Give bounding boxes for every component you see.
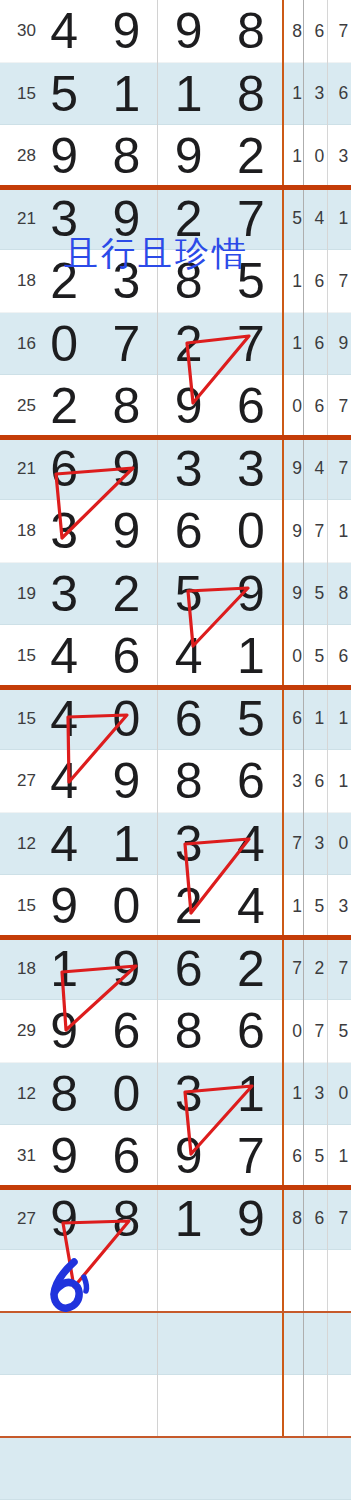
right-col-digit: 9	[282, 438, 303, 501]
right-col-divider-1	[303, 0, 304, 1437]
table-row: 319697651	[0, 1125, 351, 1188]
draw-digit: 6	[220, 750, 282, 813]
right-col-digit: 7	[282, 813, 303, 876]
right-col-digit: 3	[327, 875, 351, 938]
draw-digit: 1	[220, 625, 282, 688]
right-col-digit: 6	[303, 750, 327, 813]
draw-digit: 4	[33, 688, 95, 751]
number-rows: 3049988671551181362898921032139275411823…	[0, 0, 351, 1500]
draw-digit: 5	[33, 63, 95, 126]
right-col-digit: 7	[327, 1188, 351, 1251]
right-col-digit: 6	[282, 688, 303, 751]
draw-digit: 0	[220, 500, 282, 563]
column-divider-line	[157, 0, 158, 1437]
table-row: 155118136	[0, 63, 351, 126]
table-row: 193259958	[0, 563, 351, 626]
right-col-digit: 3	[282, 750, 303, 813]
right-col-digit: 6	[303, 375, 327, 438]
table-row: 299686075	[0, 1000, 351, 1063]
right-col-digit: 1	[282, 313, 303, 376]
draw-digit: 7	[95, 313, 157, 376]
group-separator-4	[0, 935, 351, 940]
row-sum-label: 15	[0, 63, 33, 126]
group-separator-5	[0, 1185, 351, 1190]
right-col-digit: 6	[303, 250, 327, 313]
draw-digit: 4	[220, 875, 282, 938]
draw-digit: 6	[220, 1000, 282, 1063]
draw-digit: 4	[33, 750, 95, 813]
draw-digit: 9	[158, 125, 220, 188]
right-col-divider-2	[327, 0, 328, 1437]
draw-digit: 9	[95, 500, 157, 563]
right-col-digit: 1	[303, 688, 327, 751]
draw-digit: 5	[220, 688, 282, 751]
right-col-digit: 5	[327, 1000, 351, 1063]
draw-digit: 0	[95, 875, 157, 938]
empty-row	[0, 1250, 351, 1313]
right-col-digit: 7	[327, 938, 351, 1001]
draw-digit: 2	[95, 563, 157, 626]
draw-digit: 1	[158, 1188, 220, 1251]
draw-digit: 2	[220, 938, 282, 1001]
draw-digit: 3	[220, 438, 282, 501]
right-col-digit: 3	[327, 125, 351, 188]
table-row: 160727169	[0, 313, 351, 376]
row-sum-label: 12	[0, 813, 33, 876]
row-sum-label: 27	[0, 750, 33, 813]
draw-digit: 9	[33, 125, 95, 188]
row-sum-label: 25	[0, 375, 33, 438]
right-col-digit: 1	[282, 1063, 303, 1126]
right-col-digit: 8	[327, 563, 351, 626]
right-col-digit: 8	[282, 1188, 303, 1251]
right-col-digit: 2	[303, 938, 327, 1001]
draw-digit: 3	[33, 563, 95, 626]
right-col-digit: 5	[282, 188, 303, 251]
right-col-digit: 1	[327, 188, 351, 251]
draw-digit: 1	[95, 813, 157, 876]
right-col-digit: 6	[303, 0, 327, 63]
row-sum-label: 16	[0, 313, 33, 376]
draw-digit: 9	[33, 1125, 95, 1188]
right-col-digit: 3	[303, 1063, 327, 1126]
draw-digit: 4	[33, 0, 95, 63]
group-separator-1	[0, 185, 351, 190]
draw-digit: 8	[95, 125, 157, 188]
right-col-digit: 0	[303, 125, 327, 188]
row-sum-label: 27	[0, 1188, 33, 1251]
row-sum-label: 15	[0, 688, 33, 751]
handwritten-caption: 且行且珍惜	[64, 231, 249, 277]
table-row: 183960971	[0, 500, 351, 563]
right-col-digit: 1	[282, 125, 303, 188]
right-col-digit: 5	[303, 1125, 327, 1188]
right-col-digit: 6	[303, 1188, 327, 1251]
table-row: 154641056	[0, 625, 351, 688]
table-row: 181962727	[0, 938, 351, 1001]
right-col-digit: 0	[282, 625, 303, 688]
right-col-digit: 0	[327, 1063, 351, 1126]
right-col-digit: 7	[303, 1000, 327, 1063]
right-col-digit: 1	[327, 500, 351, 563]
draw-digit: 2	[158, 875, 220, 938]
right-col-digit: 1	[327, 688, 351, 751]
row-sum-label: 21	[0, 188, 33, 251]
right-col-digit: 7	[327, 250, 351, 313]
draw-digit: 9	[95, 750, 157, 813]
draw-digit: 4	[33, 625, 95, 688]
empty-row	[0, 1438, 351, 1500]
draw-digit: 1	[158, 63, 220, 126]
draw-digit: 9	[158, 0, 220, 63]
empty-row	[0, 1313, 351, 1376]
draw-digit: 9	[95, 438, 157, 501]
draw-digit: 3	[33, 500, 95, 563]
table-row: 274986361	[0, 750, 351, 813]
row-sum-label: 31	[0, 1125, 33, 1188]
draw-digit: 6	[220, 375, 282, 438]
right-col-digit: 1	[327, 1125, 351, 1188]
right-col-digit: 4	[303, 188, 327, 251]
row-sum-label: 21	[0, 438, 33, 501]
draw-digit: 0	[95, 1063, 157, 1126]
draw-digit: 3	[158, 813, 220, 876]
row-sum-label: 18	[0, 250, 33, 313]
table-row: 159024153	[0, 875, 351, 938]
draw-digit: 0	[95, 688, 157, 751]
right-col-digit: 6	[327, 63, 351, 126]
row-sum-label: 30	[0, 0, 33, 63]
right-col-digit: 7	[303, 500, 327, 563]
right-col-digit: 9	[327, 313, 351, 376]
draw-digit: 9	[33, 1188, 95, 1251]
main-right-divider-line	[282, 0, 284, 1437]
draw-digit: 7	[220, 1125, 282, 1188]
draw-digit: 6	[158, 500, 220, 563]
draw-digit: 9	[33, 875, 95, 938]
draw-digit: 6	[95, 1125, 157, 1188]
draw-digit: 8	[220, 63, 282, 126]
draw-digit: 9	[95, 0, 157, 63]
right-col-digit: 1	[282, 875, 303, 938]
draw-digit: 9	[158, 1125, 220, 1188]
right-col-digit: 6	[282, 1125, 303, 1188]
right-col-digit: 7	[327, 375, 351, 438]
draw-digit: 9	[220, 1188, 282, 1251]
draw-digit: 6	[95, 625, 157, 688]
row-sum-label: 29	[0, 1000, 33, 1063]
draw-digit: 4	[220, 813, 282, 876]
thin-separator-1	[0, 1311, 351, 1313]
draw-digit: 1	[33, 938, 95, 1001]
right-col-digit: 5	[303, 625, 327, 688]
right-col-digit: 5	[303, 875, 327, 938]
empty-row	[0, 1375, 351, 1438]
right-col-digit: 9	[282, 563, 303, 626]
right-col-digit: 3	[303, 813, 327, 876]
right-col-digit: 9	[282, 500, 303, 563]
draw-digit: 8	[158, 750, 220, 813]
right-col-digit: 4	[303, 438, 327, 501]
draw-digit: 6	[158, 688, 220, 751]
row-sum-label: 18	[0, 500, 33, 563]
table-row: 289892103	[0, 125, 351, 188]
lottery-trend-board: 3049988671551181362898921032139275411823…	[0, 0, 351, 1500]
right-col-digit: 6	[327, 625, 351, 688]
right-col-digit: 8	[282, 0, 303, 63]
table-row: 304998867	[0, 0, 351, 63]
draw-digit: 0	[33, 313, 95, 376]
draw-digit: 7	[220, 313, 282, 376]
row-sum-label: 12	[0, 1063, 33, 1126]
table-row: 154065611	[0, 688, 351, 751]
right-col-digit: 1	[282, 250, 303, 313]
right-col-digit: 7	[327, 0, 351, 63]
draw-digit: 4	[33, 813, 95, 876]
draw-digit: 9	[95, 938, 157, 1001]
thin-separator-2	[0, 1436, 351, 1438]
draw-digit: 9	[220, 563, 282, 626]
draw-digit: 2	[33, 375, 95, 438]
right-col-digit: 5	[303, 563, 327, 626]
right-col-digit: 7	[282, 938, 303, 1001]
table-row: 252896067	[0, 375, 351, 438]
table-row: 279819867	[0, 1188, 351, 1251]
draw-digit: 8	[95, 1188, 157, 1251]
draw-digit: 8	[33, 1063, 95, 1126]
right-col-digit: 6	[303, 313, 327, 376]
draw-digit: 3	[158, 1063, 220, 1126]
table-row: 128031130	[0, 1063, 351, 1126]
draw-digit: 1	[95, 63, 157, 126]
draw-digit: 2	[220, 125, 282, 188]
row-sum-label: 15	[0, 625, 33, 688]
row-sum-label: 28	[0, 125, 33, 188]
draw-digit: 8	[95, 375, 157, 438]
draw-digit: 8	[158, 1000, 220, 1063]
draw-digit: 9	[33, 1000, 95, 1063]
row-sum-label: 15	[0, 875, 33, 938]
table-row: 124134730	[0, 813, 351, 876]
right-col-digit: 1	[282, 63, 303, 126]
right-col-digit: 0	[282, 1000, 303, 1063]
draw-digit: 4	[158, 625, 220, 688]
right-col-digit: 1	[327, 750, 351, 813]
draw-digit: 6	[33, 438, 95, 501]
right-col-digit: 3	[303, 63, 327, 126]
draw-digit: 8	[220, 0, 282, 63]
group-separator-2	[0, 435, 351, 440]
draw-digit: 5	[158, 563, 220, 626]
draw-digit: 1	[220, 1063, 282, 1126]
draw-digit: 2	[158, 313, 220, 376]
group-separator-3	[0, 685, 351, 690]
row-sum-label: 18	[0, 938, 33, 1001]
draw-digit: 9	[158, 375, 220, 438]
row-sum-label: 19	[0, 563, 33, 626]
table-row: 216933947	[0, 438, 351, 501]
draw-digit: 3	[158, 438, 220, 501]
draw-digit: 6	[158, 938, 220, 1001]
draw-digit: 6	[95, 1000, 157, 1063]
right-col-digit: 0	[282, 375, 303, 438]
right-col-digit: 0	[327, 813, 351, 876]
right-col-digit: 7	[327, 438, 351, 501]
